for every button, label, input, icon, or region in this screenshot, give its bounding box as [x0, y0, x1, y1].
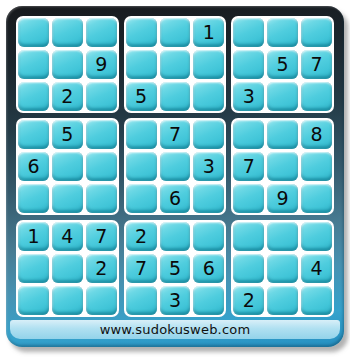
cell-r7c3[interactable]: 7 — [86, 222, 117, 251]
box-1-3: 573 — [231, 16, 334, 113]
cell-r3c2[interactable]: 2 — [52, 82, 83, 111]
cell-r8c3[interactable]: 2 — [86, 254, 117, 283]
cell-r9c4[interactable] — [126, 286, 157, 315]
board-frame: 92155735673687914722756342 www.sudokuswe… — [6, 6, 344, 347]
cell-r3c3[interactable] — [86, 82, 117, 111]
cell-r6c3[interactable] — [86, 184, 117, 213]
cell-r6c7[interactable] — [233, 184, 264, 213]
cell-r2c7[interactable] — [233, 50, 264, 79]
cell-r5c9[interactable] — [301, 152, 332, 181]
cell-r4c8[interactable] — [267, 120, 298, 149]
cell-r4c6[interactable] — [193, 120, 224, 149]
cell-r1c3[interactable] — [86, 18, 117, 47]
site-url[interactable]: www.sudokusweb.com — [100, 322, 251, 337]
cell-r3c4[interactable]: 5 — [126, 82, 157, 111]
box-3-2: 27563 — [124, 220, 227, 317]
cell-r5c8[interactable] — [267, 152, 298, 181]
cell-r7c7[interactable] — [233, 222, 264, 251]
cell-r4c1[interactable] — [18, 120, 49, 149]
cell-r7c1[interactable]: 1 — [18, 222, 49, 251]
box-2-3: 879 — [231, 118, 334, 215]
cell-r5c4[interactable] — [126, 152, 157, 181]
box-3-1: 1472 — [16, 220, 119, 317]
cell-r7c5[interactable] — [160, 222, 191, 251]
cell-r4c7[interactable] — [233, 120, 264, 149]
cell-r8c7[interactable] — [233, 254, 264, 283]
cell-r3c5[interactable] — [160, 82, 191, 111]
cell-r1c4[interactable] — [126, 18, 157, 47]
cell-r8c4[interactable]: 7 — [126, 254, 157, 283]
cell-r5c2[interactable] — [52, 152, 83, 181]
cell-r2c3[interactable]: 9 — [86, 50, 117, 79]
footer-bar: www.sudokusweb.com — [10, 320, 340, 339]
cell-r9c9[interactable] — [301, 286, 332, 315]
cell-r7c2[interactable]: 4 — [52, 222, 83, 251]
box-2-1: 56 — [16, 118, 119, 215]
box-1-2: 15 — [124, 16, 227, 113]
cell-r4c3[interactable] — [86, 120, 117, 149]
cell-r3c9[interactable] — [301, 82, 332, 111]
cell-r7c9[interactable] — [301, 222, 332, 251]
cell-r2c5[interactable] — [160, 50, 191, 79]
cell-r1c7[interactable] — [233, 18, 264, 47]
cell-r6c1[interactable] — [18, 184, 49, 213]
cell-r9c1[interactable] — [18, 286, 49, 315]
box-3-3: 42 — [231, 220, 334, 317]
cell-r9c7[interactable]: 2 — [233, 286, 264, 315]
cell-r5c3[interactable] — [86, 152, 117, 181]
cell-r7c4[interactable]: 2 — [126, 222, 157, 251]
cell-r9c6[interactable] — [193, 286, 224, 315]
cell-r8c1[interactable] — [18, 254, 49, 283]
cell-r4c5[interactable]: 7 — [160, 120, 191, 149]
cell-r2c8[interactable]: 5 — [267, 50, 298, 79]
cell-r8c9[interactable]: 4 — [301, 254, 332, 283]
cell-r1c6[interactable]: 1 — [193, 18, 224, 47]
cell-r6c4[interactable] — [126, 184, 157, 213]
cell-r1c5[interactable] — [160, 18, 191, 47]
cell-r1c1[interactable] — [18, 18, 49, 47]
cell-r8c6[interactable]: 6 — [193, 254, 224, 283]
cell-r9c8[interactable] — [267, 286, 298, 315]
cell-r1c9[interactable] — [301, 18, 332, 47]
cell-r5c7[interactable]: 7 — [233, 152, 264, 181]
cell-r3c8[interactable] — [267, 82, 298, 111]
cell-r4c2[interactable]: 5 — [52, 120, 83, 149]
cell-r2c9[interactable]: 7 — [301, 50, 332, 79]
cell-r1c2[interactable] — [52, 18, 83, 47]
cell-r8c8[interactable] — [267, 254, 298, 283]
cell-r1c8[interactable] — [267, 18, 298, 47]
cell-r2c4[interactable] — [126, 50, 157, 79]
cell-r4c4[interactable] — [126, 120, 157, 149]
cell-r2c6[interactable] — [193, 50, 224, 79]
cell-r6c2[interactable] — [52, 184, 83, 213]
cell-r6c8[interactable]: 9 — [267, 184, 298, 213]
cell-r5c6[interactable]: 3 — [193, 152, 224, 181]
cell-r9c3[interactable] — [86, 286, 117, 315]
cell-r7c8[interactable] — [267, 222, 298, 251]
page: 92155735673687914722756342 www.sudokuswe… — [0, 0, 350, 360]
cell-r9c5[interactable]: 3 — [160, 286, 191, 315]
cell-r6c9[interactable] — [301, 184, 332, 213]
cell-r6c5[interactable]: 6 — [160, 184, 191, 213]
cell-r3c1[interactable] — [18, 82, 49, 111]
cell-r5c5[interactable] — [160, 152, 191, 181]
cell-r9c2[interactable] — [52, 286, 83, 315]
cell-r7c6[interactable] — [193, 222, 224, 251]
cell-r8c5[interactable]: 5 — [160, 254, 191, 283]
cell-r2c1[interactable] — [18, 50, 49, 79]
box-1-1: 92 — [16, 16, 119, 113]
box-2-2: 736 — [124, 118, 227, 215]
cell-r3c7[interactable]: 3 — [233, 82, 264, 111]
cell-r8c2[interactable] — [52, 254, 83, 283]
cell-r2c2[interactable] — [52, 50, 83, 79]
cell-r5c1[interactable]: 6 — [18, 152, 49, 181]
sudoku-board: 92155735673687914722756342 — [16, 16, 334, 317]
cell-r4c9[interactable]: 8 — [301, 120, 332, 149]
cell-r3c6[interactable] — [193, 82, 224, 111]
cell-r6c6[interactable] — [193, 184, 224, 213]
